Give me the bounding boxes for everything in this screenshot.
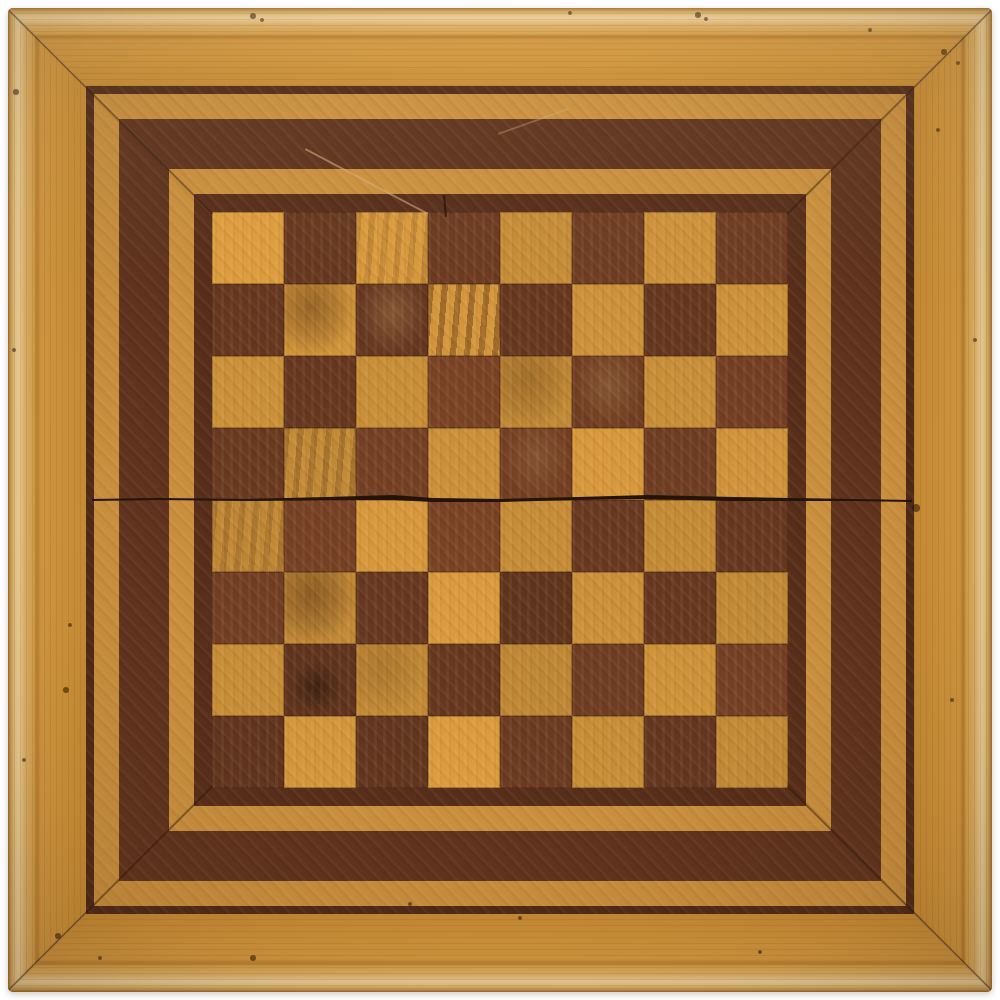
- checkerboard-grid: [212, 212, 788, 788]
- square-r2c4-light[interactable]: [428, 284, 500, 356]
- square-r5c8-dark[interactable]: [716, 500, 788, 572]
- square-r6c2-light[interactable]: [284, 572, 356, 644]
- square-r6c5-dark[interactable]: [500, 572, 572, 644]
- square-r5c5-light[interactable]: [500, 500, 572, 572]
- square-r8c7-dark[interactable]: [644, 716, 716, 788]
- square-r1c8-dark[interactable]: [716, 212, 788, 284]
- square-r7c4-dark[interactable]: [428, 644, 500, 716]
- square-r4c8-light[interactable]: [716, 428, 788, 500]
- square-r8c4-light[interactable]: [428, 716, 500, 788]
- square-r4c3-dark[interactable]: [356, 428, 428, 500]
- square-r3c2-dark[interactable]: [284, 356, 356, 428]
- square-r2c1-dark[interactable]: [212, 284, 284, 356]
- square-r8c6-light[interactable]: [572, 716, 644, 788]
- square-r7c8-dark[interactable]: [716, 644, 788, 716]
- photo-background: [0, 0, 1000, 1000]
- square-r3c7-light[interactable]: [644, 356, 716, 428]
- square-r5c7-light[interactable]: [644, 500, 716, 572]
- square-r2c5-dark[interactable]: [500, 284, 572, 356]
- square-r4c2-light[interactable]: [284, 428, 356, 500]
- square-r1c6-dark[interactable]: [572, 212, 644, 284]
- game-board: [8, 8, 992, 992]
- square-r8c2-light[interactable]: [284, 716, 356, 788]
- square-r5c2-dark[interactable]: [284, 500, 356, 572]
- square-r3c3-light[interactable]: [356, 356, 428, 428]
- square-r5c6-dark[interactable]: [572, 500, 644, 572]
- square-r3c8-dark[interactable]: [716, 356, 788, 428]
- square-r6c1-dark[interactable]: [212, 572, 284, 644]
- square-r2c6-light[interactable]: [572, 284, 644, 356]
- square-r6c8-light[interactable]: [716, 572, 788, 644]
- square-r3c1-light[interactable]: [212, 356, 284, 428]
- square-r4c6-light[interactable]: [572, 428, 644, 500]
- square-r1c3-light[interactable]: [356, 212, 428, 284]
- square-r4c7-dark[interactable]: [644, 428, 716, 500]
- square-r5c3-light[interactable]: [356, 500, 428, 572]
- square-r3c5-light[interactable]: [500, 356, 572, 428]
- square-r7c7-light[interactable]: [644, 644, 716, 716]
- square-r6c7-dark[interactable]: [644, 572, 716, 644]
- square-r2c7-dark[interactable]: [644, 284, 716, 356]
- square-r7c6-dark[interactable]: [572, 644, 644, 716]
- square-r5c4-dark[interactable]: [428, 500, 500, 572]
- square-r1c4-dark[interactable]: [428, 212, 500, 284]
- square-r2c8-light[interactable]: [716, 284, 788, 356]
- square-r4c1-dark[interactable]: [212, 428, 284, 500]
- square-r7c2-dark[interactable]: [284, 644, 356, 716]
- square-r8c5-dark[interactable]: [500, 716, 572, 788]
- square-r6c6-light[interactable]: [572, 572, 644, 644]
- square-r4c5-dark[interactable]: [500, 428, 572, 500]
- square-r3c4-dark[interactable]: [428, 356, 500, 428]
- square-r6c4-light[interactable]: [428, 572, 500, 644]
- square-r3c6-dark[interactable]: [572, 356, 644, 428]
- square-r1c5-light[interactable]: [500, 212, 572, 284]
- square-r1c1-light[interactable]: [212, 212, 284, 284]
- square-r4c4-light[interactable]: [428, 428, 500, 500]
- square-r7c3-light[interactable]: [356, 644, 428, 716]
- square-r1c7-light[interactable]: [644, 212, 716, 284]
- square-r1c2-dark[interactable]: [284, 212, 356, 284]
- square-r6c3-dark[interactable]: [356, 572, 428, 644]
- square-r7c5-light[interactable]: [500, 644, 572, 716]
- square-r8c8-light[interactable]: [716, 716, 788, 788]
- square-r2c3-dark[interactable]: [356, 284, 428, 356]
- square-r2c2-light[interactable]: [284, 284, 356, 356]
- square-r5c1-light[interactable]: [212, 500, 284, 572]
- square-r8c1-dark[interactable]: [212, 716, 284, 788]
- square-r8c3-dark[interactable]: [356, 716, 428, 788]
- square-r7c1-light[interactable]: [212, 644, 284, 716]
